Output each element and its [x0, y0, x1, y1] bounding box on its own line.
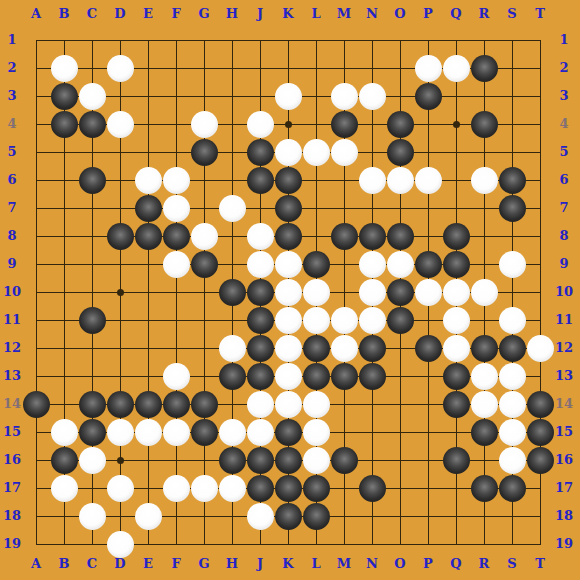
intersection-l9[interactable]: [302, 250, 330, 278]
intersection-s7[interactable]: [498, 194, 526, 222]
intersection-h11[interactable]: [218, 306, 246, 334]
intersection-g5[interactable]: [190, 138, 218, 166]
intersection-h16[interactable]: [218, 446, 246, 474]
intersection-s15[interactable]: [498, 418, 526, 446]
intersection-k19[interactable]: [274, 530, 302, 558]
intersection-c11[interactable]: [78, 306, 106, 334]
intersection-p9[interactable]: [414, 250, 442, 278]
intersection-s6[interactable]: [498, 166, 526, 194]
intersection-m12[interactable]: [330, 334, 358, 362]
intersection-c2[interactable]: [78, 54, 106, 82]
intersection-g1[interactable]: [190, 26, 218, 54]
intersection-j9[interactable]: [246, 250, 274, 278]
intersection-j14[interactable]: [246, 390, 274, 418]
intersection-o7[interactable]: [386, 194, 414, 222]
intersection-l14[interactable]: [302, 390, 330, 418]
intersection-e5[interactable]: [134, 138, 162, 166]
intersection-m18[interactable]: [330, 502, 358, 530]
intersection-q13[interactable]: [442, 362, 470, 390]
intersection-o2[interactable]: [386, 54, 414, 82]
intersection-k4[interactable]: [274, 110, 302, 138]
intersection-c18[interactable]: [78, 502, 106, 530]
intersection-f17[interactable]: [162, 474, 190, 502]
intersection-q3[interactable]: [442, 82, 470, 110]
intersection-j15[interactable]: [246, 418, 274, 446]
intersection-b10[interactable]: [50, 278, 78, 306]
intersection-t19[interactable]: [526, 530, 554, 558]
intersection-n14[interactable]: [358, 390, 386, 418]
intersection-n19[interactable]: [358, 530, 386, 558]
intersection-a15[interactable]: [22, 418, 50, 446]
intersection-c6[interactable]: [78, 166, 106, 194]
intersection-g11[interactable]: [190, 306, 218, 334]
intersection-t13[interactable]: [526, 362, 554, 390]
intersection-j8[interactable]: [246, 222, 274, 250]
intersection-l18[interactable]: [302, 502, 330, 530]
intersection-g17[interactable]: [190, 474, 218, 502]
intersection-n2[interactable]: [358, 54, 386, 82]
intersection-c7[interactable]: [78, 194, 106, 222]
intersection-t14[interactable]: [526, 390, 554, 418]
intersection-t7[interactable]: [526, 194, 554, 222]
intersection-g3[interactable]: [190, 82, 218, 110]
intersection-c14[interactable]: [78, 390, 106, 418]
intersection-o3[interactable]: [386, 82, 414, 110]
intersection-q17[interactable]: [442, 474, 470, 502]
intersection-d10[interactable]: [106, 278, 134, 306]
intersection-l10[interactable]: [302, 278, 330, 306]
intersection-j10[interactable]: [246, 278, 274, 306]
intersection-e15[interactable]: [134, 418, 162, 446]
intersection-d19[interactable]: [106, 530, 134, 558]
intersection-n8[interactable]: [358, 222, 386, 250]
intersection-a14[interactable]: [22, 390, 50, 418]
intersection-j19[interactable]: [246, 530, 274, 558]
intersection-r12[interactable]: [470, 334, 498, 362]
intersection-s3[interactable]: [498, 82, 526, 110]
intersection-h17[interactable]: [218, 474, 246, 502]
intersection-b1[interactable]: [50, 26, 78, 54]
intersection-q8[interactable]: [442, 222, 470, 250]
intersection-k3[interactable]: [274, 82, 302, 110]
intersection-n7[interactable]: [358, 194, 386, 222]
intersection-c13[interactable]: [78, 362, 106, 390]
intersection-k17[interactable]: [274, 474, 302, 502]
intersection-r15[interactable]: [470, 418, 498, 446]
intersection-b18[interactable]: [50, 502, 78, 530]
intersection-b3[interactable]: [50, 82, 78, 110]
intersection-m4[interactable]: [330, 110, 358, 138]
intersection-t10[interactable]: [526, 278, 554, 306]
intersection-t15[interactable]: [526, 418, 554, 446]
intersection-k11[interactable]: [274, 306, 302, 334]
intersection-q2[interactable]: [442, 54, 470, 82]
intersection-f11[interactable]: [162, 306, 190, 334]
intersection-n9[interactable]: [358, 250, 386, 278]
intersection-r13[interactable]: [470, 362, 498, 390]
intersection-r6[interactable]: [470, 166, 498, 194]
intersection-p11[interactable]: [414, 306, 442, 334]
intersection-e19[interactable]: [134, 530, 162, 558]
intersection-j13[interactable]: [246, 362, 274, 390]
intersection-n10[interactable]: [358, 278, 386, 306]
intersection-f18[interactable]: [162, 502, 190, 530]
intersection-p12[interactable]: [414, 334, 442, 362]
intersection-d1[interactable]: [106, 26, 134, 54]
intersection-f13[interactable]: [162, 362, 190, 390]
intersection-o15[interactable]: [386, 418, 414, 446]
intersection-e2[interactable]: [134, 54, 162, 82]
intersection-d7[interactable]: [106, 194, 134, 222]
intersection-q6[interactable]: [442, 166, 470, 194]
intersection-e6[interactable]: [134, 166, 162, 194]
intersection-j4[interactable]: [246, 110, 274, 138]
intersection-d4[interactable]: [106, 110, 134, 138]
intersection-l2[interactable]: [302, 54, 330, 82]
intersection-p13[interactable]: [414, 362, 442, 390]
intersection-h1[interactable]: [218, 26, 246, 54]
intersection-s17[interactable]: [498, 474, 526, 502]
intersection-p14[interactable]: [414, 390, 442, 418]
intersection-e14[interactable]: [134, 390, 162, 418]
intersection-n16[interactable]: [358, 446, 386, 474]
intersection-d17[interactable]: [106, 474, 134, 502]
intersection-b15[interactable]: [50, 418, 78, 446]
intersection-k5[interactable]: [274, 138, 302, 166]
intersection-k8[interactable]: [274, 222, 302, 250]
intersection-e17[interactable]: [134, 474, 162, 502]
intersection-m15[interactable]: [330, 418, 358, 446]
intersection-g7[interactable]: [190, 194, 218, 222]
intersection-b14[interactable]: [50, 390, 78, 418]
intersection-b2[interactable]: [50, 54, 78, 82]
intersection-h4[interactable]: [218, 110, 246, 138]
intersection-e16[interactable]: [134, 446, 162, 474]
intersection-a7[interactable]: [22, 194, 50, 222]
intersection-d2[interactable]: [106, 54, 134, 82]
intersection-b11[interactable]: [50, 306, 78, 334]
intersection-k18[interactable]: [274, 502, 302, 530]
intersection-m16[interactable]: [330, 446, 358, 474]
intersection-o4[interactable]: [386, 110, 414, 138]
intersection-n3[interactable]: [358, 82, 386, 110]
intersection-a18[interactable]: [22, 502, 50, 530]
intersection-r8[interactable]: [470, 222, 498, 250]
intersection-l16[interactable]: [302, 446, 330, 474]
intersection-a19[interactable]: [22, 530, 50, 558]
intersection-p17[interactable]: [414, 474, 442, 502]
intersection-h15[interactable]: [218, 418, 246, 446]
intersection-o1[interactable]: [386, 26, 414, 54]
intersection-s12[interactable]: [498, 334, 526, 362]
intersection-q7[interactable]: [442, 194, 470, 222]
intersection-p4[interactable]: [414, 110, 442, 138]
intersection-l11[interactable]: [302, 306, 330, 334]
intersection-o12[interactable]: [386, 334, 414, 362]
intersection-h8[interactable]: [218, 222, 246, 250]
intersection-o19[interactable]: [386, 530, 414, 558]
intersection-p16[interactable]: [414, 446, 442, 474]
intersection-l15[interactable]: [302, 418, 330, 446]
intersection-a16[interactable]: [22, 446, 50, 474]
intersection-t12[interactable]: [526, 334, 554, 362]
intersection-b19[interactable]: [50, 530, 78, 558]
intersection-g9[interactable]: [190, 250, 218, 278]
intersection-a17[interactable]: [22, 474, 50, 502]
intersection-n18[interactable]: [358, 502, 386, 530]
intersection-j17[interactable]: [246, 474, 274, 502]
intersection-b4[interactable]: [50, 110, 78, 138]
intersection-f6[interactable]: [162, 166, 190, 194]
intersection-n11[interactable]: [358, 306, 386, 334]
intersection-a6[interactable]: [22, 166, 50, 194]
intersection-c5[interactable]: [78, 138, 106, 166]
intersection-n5[interactable]: [358, 138, 386, 166]
intersection-h7[interactable]: [218, 194, 246, 222]
intersection-h9[interactable]: [218, 250, 246, 278]
intersection-l8[interactable]: [302, 222, 330, 250]
intersection-d11[interactable]: [106, 306, 134, 334]
intersection-n17[interactable]: [358, 474, 386, 502]
intersection-g19[interactable]: [190, 530, 218, 558]
intersection-f7[interactable]: [162, 194, 190, 222]
intersection-s18[interactable]: [498, 502, 526, 530]
intersection-g4[interactable]: [190, 110, 218, 138]
intersection-c15[interactable]: [78, 418, 106, 446]
intersection-n1[interactable]: [358, 26, 386, 54]
intersection-e12[interactable]: [134, 334, 162, 362]
intersection-b12[interactable]: [50, 334, 78, 362]
intersection-p15[interactable]: [414, 418, 442, 446]
intersection-s4[interactable]: [498, 110, 526, 138]
intersection-f5[interactable]: [162, 138, 190, 166]
intersection-j18[interactable]: [246, 502, 274, 530]
intersection-q4[interactable]: [442, 110, 470, 138]
intersection-a3[interactable]: [22, 82, 50, 110]
intersection-c8[interactable]: [78, 222, 106, 250]
intersection-l17[interactable]: [302, 474, 330, 502]
intersection-a5[interactable]: [22, 138, 50, 166]
intersection-m8[interactable]: [330, 222, 358, 250]
intersection-m14[interactable]: [330, 390, 358, 418]
intersection-t5[interactable]: [526, 138, 554, 166]
intersection-f15[interactable]: [162, 418, 190, 446]
intersection-q10[interactable]: [442, 278, 470, 306]
intersection-c16[interactable]: [78, 446, 106, 474]
intersection-j6[interactable]: [246, 166, 274, 194]
intersection-j11[interactable]: [246, 306, 274, 334]
intersection-r10[interactable]: [470, 278, 498, 306]
intersection-a9[interactable]: [22, 250, 50, 278]
intersection-f19[interactable]: [162, 530, 190, 558]
intersection-e7[interactable]: [134, 194, 162, 222]
intersection-c12[interactable]: [78, 334, 106, 362]
intersection-l3[interactable]: [302, 82, 330, 110]
intersection-o9[interactable]: [386, 250, 414, 278]
intersection-j1[interactable]: [246, 26, 274, 54]
intersection-g15[interactable]: [190, 418, 218, 446]
intersection-q11[interactable]: [442, 306, 470, 334]
intersection-l7[interactable]: [302, 194, 330, 222]
intersection-h6[interactable]: [218, 166, 246, 194]
intersection-g10[interactable]: [190, 278, 218, 306]
intersection-n13[interactable]: [358, 362, 386, 390]
intersection-k2[interactable]: [274, 54, 302, 82]
intersection-n12[interactable]: [358, 334, 386, 362]
intersection-p2[interactable]: [414, 54, 442, 82]
intersection-f2[interactable]: [162, 54, 190, 82]
intersection-m6[interactable]: [330, 166, 358, 194]
intersection-f14[interactable]: [162, 390, 190, 418]
intersection-b9[interactable]: [50, 250, 78, 278]
intersection-p1[interactable]: [414, 26, 442, 54]
intersection-r4[interactable]: [470, 110, 498, 138]
intersection-t9[interactable]: [526, 250, 554, 278]
intersection-j7[interactable]: [246, 194, 274, 222]
intersection-p6[interactable]: [414, 166, 442, 194]
intersection-l6[interactable]: [302, 166, 330, 194]
intersection-e13[interactable]: [134, 362, 162, 390]
intersection-c10[interactable]: [78, 278, 106, 306]
intersection-r17[interactable]: [470, 474, 498, 502]
intersection-k9[interactable]: [274, 250, 302, 278]
intersection-d14[interactable]: [106, 390, 134, 418]
intersection-o17[interactable]: [386, 474, 414, 502]
intersection-t6[interactable]: [526, 166, 554, 194]
intersection-m13[interactable]: [330, 362, 358, 390]
intersection-g12[interactable]: [190, 334, 218, 362]
intersection-n15[interactable]: [358, 418, 386, 446]
intersection-m3[interactable]: [330, 82, 358, 110]
intersection-b7[interactable]: [50, 194, 78, 222]
intersection-g14[interactable]: [190, 390, 218, 418]
intersection-k15[interactable]: [274, 418, 302, 446]
intersection-h5[interactable]: [218, 138, 246, 166]
intersection-f9[interactable]: [162, 250, 190, 278]
intersection-q14[interactable]: [442, 390, 470, 418]
intersection-s5[interactable]: [498, 138, 526, 166]
intersection-g16[interactable]: [190, 446, 218, 474]
intersection-q5[interactable]: [442, 138, 470, 166]
intersection-d16[interactable]: [106, 446, 134, 474]
intersection-c9[interactable]: [78, 250, 106, 278]
intersection-k1[interactable]: [274, 26, 302, 54]
intersection-o11[interactable]: [386, 306, 414, 334]
intersection-q1[interactable]: [442, 26, 470, 54]
intersection-r2[interactable]: [470, 54, 498, 82]
intersection-c3[interactable]: [78, 82, 106, 110]
intersection-o13[interactable]: [386, 362, 414, 390]
intersection-q19[interactable]: [442, 530, 470, 558]
intersection-s11[interactable]: [498, 306, 526, 334]
intersection-p5[interactable]: [414, 138, 442, 166]
intersection-e3[interactable]: [134, 82, 162, 110]
intersection-c4[interactable]: [78, 110, 106, 138]
intersection-f10[interactable]: [162, 278, 190, 306]
intersection-t1[interactable]: [526, 26, 554, 54]
intersection-d5[interactable]: [106, 138, 134, 166]
intersection-q9[interactable]: [442, 250, 470, 278]
intersection-d8[interactable]: [106, 222, 134, 250]
intersection-l19[interactable]: [302, 530, 330, 558]
intersection-k6[interactable]: [274, 166, 302, 194]
intersection-o16[interactable]: [386, 446, 414, 474]
intersection-m2[interactable]: [330, 54, 358, 82]
intersection-s16[interactable]: [498, 446, 526, 474]
intersection-d12[interactable]: [106, 334, 134, 362]
intersection-d18[interactable]: [106, 502, 134, 530]
intersection-h18[interactable]: [218, 502, 246, 530]
intersection-o8[interactable]: [386, 222, 414, 250]
intersection-j3[interactable]: [246, 82, 274, 110]
intersection-t3[interactable]: [526, 82, 554, 110]
intersection-l13[interactable]: [302, 362, 330, 390]
intersection-k10[interactable]: [274, 278, 302, 306]
intersection-c17[interactable]: [78, 474, 106, 502]
intersection-k7[interactable]: [274, 194, 302, 222]
intersection-t18[interactable]: [526, 502, 554, 530]
intersection-g2[interactable]: [190, 54, 218, 82]
intersection-e4[interactable]: [134, 110, 162, 138]
intersection-m1[interactable]: [330, 26, 358, 54]
intersection-e9[interactable]: [134, 250, 162, 278]
intersection-b13[interactable]: [50, 362, 78, 390]
intersection-o6[interactable]: [386, 166, 414, 194]
intersection-t16[interactable]: [526, 446, 554, 474]
intersection-q15[interactable]: [442, 418, 470, 446]
intersection-r7[interactable]: [470, 194, 498, 222]
intersection-f12[interactable]: [162, 334, 190, 362]
intersection-s13[interactable]: [498, 362, 526, 390]
intersection-f16[interactable]: [162, 446, 190, 474]
intersection-p19[interactable]: [414, 530, 442, 558]
intersection-s14[interactable]: [498, 390, 526, 418]
intersection-p7[interactable]: [414, 194, 442, 222]
intersection-r9[interactable]: [470, 250, 498, 278]
intersection-d3[interactable]: [106, 82, 134, 110]
intersection-t8[interactable]: [526, 222, 554, 250]
intersection-a11[interactable]: [22, 306, 50, 334]
intersection-m7[interactable]: [330, 194, 358, 222]
intersection-m19[interactable]: [330, 530, 358, 558]
intersection-g18[interactable]: [190, 502, 218, 530]
intersection-o10[interactable]: [386, 278, 414, 306]
intersection-q12[interactable]: [442, 334, 470, 362]
intersection-s1[interactable]: [498, 26, 526, 54]
intersection-c1[interactable]: [78, 26, 106, 54]
intersection-b16[interactable]: [50, 446, 78, 474]
intersection-d13[interactable]: [106, 362, 134, 390]
intersection-c19[interactable]: [78, 530, 106, 558]
intersection-h13[interactable]: [218, 362, 246, 390]
intersection-m9[interactable]: [330, 250, 358, 278]
intersection-p8[interactable]: [414, 222, 442, 250]
intersection-k12[interactable]: [274, 334, 302, 362]
intersection-r18[interactable]: [470, 502, 498, 530]
intersection-f3[interactable]: [162, 82, 190, 110]
intersection-b17[interactable]: [50, 474, 78, 502]
intersection-b5[interactable]: [50, 138, 78, 166]
intersection-m11[interactable]: [330, 306, 358, 334]
intersection-h12[interactable]: [218, 334, 246, 362]
intersection-g6[interactable]: [190, 166, 218, 194]
intersection-h3[interactable]: [218, 82, 246, 110]
intersection-r16[interactable]: [470, 446, 498, 474]
intersection-t2[interactable]: [526, 54, 554, 82]
intersection-a13[interactable]: [22, 362, 50, 390]
intersection-o18[interactable]: [386, 502, 414, 530]
intersection-f8[interactable]: [162, 222, 190, 250]
